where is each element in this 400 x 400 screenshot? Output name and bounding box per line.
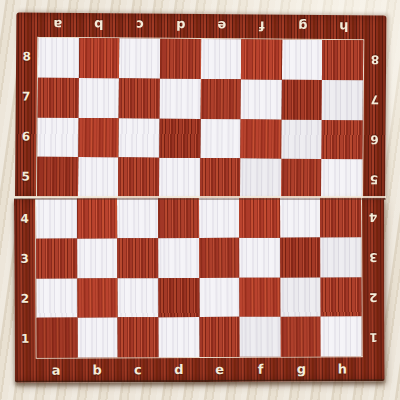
square-h8[interactable] (322, 40, 363, 80)
square-e7[interactable] (200, 79, 241, 119)
square-h6[interactable] (322, 119, 363, 159)
file-label-bottom-c: c (117, 358, 158, 380)
square-d2[interactable] (158, 278, 199, 318)
rank-labels-left-bottom: 4321 (14, 199, 36, 359)
square-f6[interactable] (240, 119, 281, 159)
file-label-top-f: f (242, 14, 283, 38)
square-c3[interactable] (117, 238, 158, 278)
file-labels-bottom: abcdefgh (36, 357, 363, 380)
square-b8[interactable] (79, 38, 120, 78)
square-f7[interactable] (241, 79, 282, 119)
square-c7[interactable] (119, 78, 160, 118)
file-label-bottom-d: d (158, 358, 199, 380)
square-b5[interactable] (78, 157, 119, 197)
rank-label-right-2: 2 (362, 277, 384, 317)
square-h1[interactable] (321, 317, 362, 357)
file-label-top-g: g (283, 15, 324, 39)
square-b6[interactable] (78, 118, 119, 158)
rank-label-left-5: 5 (15, 157, 36, 197)
square-d4[interactable] (158, 198, 199, 238)
rank-labels-right-bottom: 4321 (362, 197, 385, 357)
square-e6[interactable] (200, 118, 241, 158)
rank-label-right-6: 6 (363, 119, 385, 159)
square-a7[interactable] (38, 77, 79, 117)
file-label-bottom-e: e (199, 358, 240, 380)
rank-label-left-3: 3 (14, 239, 35, 279)
file-label-bottom-f: f (240, 358, 281, 380)
square-f2[interactable] (239, 277, 280, 317)
square-h2[interactable] (321, 277, 362, 317)
square-e5[interactable] (200, 158, 241, 198)
square-h7[interactable] (322, 80, 363, 120)
square-a5[interactable] (37, 157, 78, 197)
file-label-bottom-h: h (322, 357, 363, 379)
rank-labels-left-top: 8765 (15, 37, 37, 197)
square-g4[interactable] (280, 197, 321, 237)
square-g6[interactable] (281, 119, 322, 159)
file-label-top-d: d (160, 14, 201, 38)
square-a6[interactable] (37, 117, 78, 157)
square-b2[interactable] (77, 278, 118, 318)
square-c5[interactable] (118, 158, 159, 198)
square-a2[interactable] (36, 278, 77, 318)
rank-label-left-1: 1 (15, 319, 36, 359)
square-f4[interactable] (239, 198, 280, 238)
square-b7[interactable] (78, 78, 119, 118)
square-a1[interactable] (37, 318, 78, 358)
fold-seam (14, 196, 386, 200)
square-e2[interactable] (199, 277, 240, 317)
square-a3[interactable] (36, 238, 77, 278)
square-c2[interactable] (118, 278, 159, 318)
file-label-top-a: a (37, 13, 78, 37)
square-g5[interactable] (281, 159, 322, 199)
square-f5[interactable] (240, 159, 281, 199)
square-d7[interactable] (160, 78, 201, 118)
rank-label-left-8: 8 (16, 37, 37, 77)
square-f3[interactable] (239, 237, 280, 277)
square-h5[interactable] (321, 159, 362, 199)
rank-label-left-4: 4 (14, 199, 35, 239)
file-label-bottom-g: g (281, 357, 322, 379)
square-g2[interactable] (280, 277, 321, 317)
square-d6[interactable] (159, 118, 200, 158)
square-b3[interactable] (77, 238, 118, 278)
square-d3[interactable] (158, 238, 199, 278)
square-e1[interactable] (199, 317, 240, 357)
rank-label-left-7: 7 (16, 77, 37, 117)
file-labels-top: abcdefgh (37, 13, 364, 40)
file-label-top-c: c (119, 13, 160, 37)
square-d1[interactable] (158, 317, 199, 357)
square-a8[interactable] (38, 38, 79, 78)
square-g8[interactable] (282, 40, 323, 80)
rank-labels-right-top: 8765 (363, 39, 386, 199)
square-e4[interactable] (199, 198, 240, 238)
square-e3[interactable] (199, 238, 240, 278)
square-f8[interactable] (241, 39, 282, 79)
board-grid-top (36, 37, 364, 200)
square-g1[interactable] (280, 317, 321, 357)
square-f1[interactable] (240, 317, 281, 357)
rank-label-left-2: 2 (14, 279, 35, 319)
square-d5[interactable] (159, 158, 200, 198)
rank-label-right-4: 4 (362, 197, 384, 237)
rank-label-left-6: 6 (15, 117, 36, 157)
board-bottom-panel: 4321 4321 abcdefgh (14, 197, 385, 383)
file-label-top-h: h (323, 15, 364, 39)
square-a4[interactable] (36, 199, 77, 239)
square-c8[interactable] (119, 38, 160, 78)
file-label-top-b: b (78, 13, 119, 37)
square-c1[interactable] (118, 317, 159, 357)
chessboard: abcdefgh 8765 8765 4321 4321 abcdefgh (15, 14, 385, 380)
rank-label-right-8: 8 (364, 39, 386, 79)
square-g3[interactable] (280, 237, 321, 277)
file-label-bottom-a: a (36, 359, 77, 381)
rank-label-right-7: 7 (364, 79, 386, 119)
table-surface: abcdefgh 8765 8765 4321 4321 abcdefgh (0, 0, 400, 400)
rank-label-right-5: 5 (363, 159, 385, 199)
board-grid-bottom (35, 197, 363, 358)
square-c4[interactable] (117, 198, 158, 238)
square-g7[interactable] (281, 79, 322, 119)
square-b1[interactable] (77, 318, 118, 358)
square-h3[interactable] (321, 237, 362, 277)
square-d8[interactable] (160, 39, 201, 79)
square-e8[interactable] (200, 39, 241, 79)
file-label-bottom-b: b (77, 358, 118, 380)
square-c6[interactable] (119, 118, 160, 158)
square-b4[interactable] (77, 198, 118, 238)
board-top-panel: abcdefgh 8765 8765 (15, 13, 386, 200)
file-label-top-e: e (201, 14, 242, 38)
rank-label-right-1: 1 (363, 317, 385, 357)
square-h4[interactable] (320, 197, 361, 237)
rank-label-right-3: 3 (362, 237, 384, 277)
